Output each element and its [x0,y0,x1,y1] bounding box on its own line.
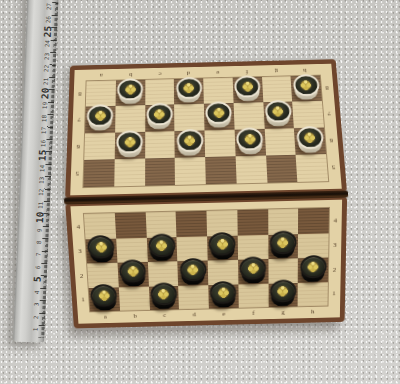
checker-black-c3[interactable] [148,234,176,262]
ruler-number-17: 17 [38,125,48,135]
ruler-number-8: 8 [33,237,43,247]
rank-label-7: 7 [322,101,337,127]
checker-white-d8[interactable] [176,77,202,103]
ruler-number-26: 26 [42,14,52,24]
double-headed-eagle-emblem-icon [276,285,290,298]
checker-white-f6[interactable] [236,127,264,154]
ruler-number-9: 9 [33,225,43,235]
file-label-c: c [145,68,174,80]
square-f1[interactable] [238,283,268,308]
checker-white-b8[interactable] [117,78,143,104]
square-b8[interactable] [115,80,145,106]
square-f5[interactable] [235,155,267,183]
file-label-g: g [268,306,298,319]
checker-white-g7[interactable] [265,100,293,126]
checkers-board: abcdefgh 8765 8765 abcdefgh 4321 4321 [61,50,352,335]
rank-label-6: 6 [71,133,85,160]
double-headed-eagle-emblem-icon [299,79,313,92]
square-e7[interactable] [204,103,235,130]
rank-label-2: 2 [328,257,341,282]
rank-label-5: 5 [326,153,341,181]
double-headed-eagle-emblem-icon [93,109,107,122]
square-c8[interactable] [145,79,175,105]
checker-white-c7[interactable] [147,103,173,129]
ruler-number-25: 25 [42,26,52,36]
square-f7[interactable] [233,102,264,129]
square-b6[interactable] [114,131,144,159]
ruler-number-18: 18 [38,113,48,123]
square-c3[interactable] [146,237,177,262]
square-d1[interactable] [178,285,208,310]
double-headed-eagle-emblem-icon [183,133,197,147]
double-headed-eagle-emblem-icon [216,286,230,299]
checker-white-f8[interactable] [234,76,261,102]
square-g8[interactable] [262,76,293,102]
square-a7[interactable] [85,106,115,133]
rank-label-5: 5 [70,160,84,188]
checker-white-h8[interactable] [292,74,320,100]
file-label-d: d [179,309,209,322]
double-headed-eagle-emblem-icon [276,236,290,250]
double-headed-eagle-emblem-icon [97,289,111,302]
square-b4[interactable] [115,212,147,238]
square-a3[interactable] [86,238,118,263]
rank-label-8: 8 [73,81,86,107]
ruler-number-27: 27 [43,1,53,11]
rank-label-6: 6 [324,127,339,154]
file-label-f: f [239,307,269,320]
rank-label-3: 3 [328,233,341,258]
rank-label-3: 3 [73,239,87,264]
ruler-number-12: 12 [35,188,45,198]
square-a8[interactable] [86,81,116,107]
file-label-h: h [298,306,328,319]
checker-black-c1[interactable] [150,283,177,310]
square-c6[interactable] [145,131,175,158]
square-b2[interactable] [117,262,148,287]
file-label-g: g [261,65,291,77]
square-d4[interactable] [176,211,207,237]
square-h8[interactable] [291,76,322,102]
ruler-number-11: 11 [35,200,45,210]
square-e8[interactable] [203,78,233,104]
ruler-number-23: 23 [41,51,51,61]
square-f2[interactable] [238,259,268,284]
ruler-number-1: 1 [29,324,39,334]
checker-black-d2[interactable] [179,258,206,285]
ruler-number-4: 4 [31,287,41,297]
square-d2[interactable] [178,260,209,285]
board-far-half: abcdefgh 8765 8765 [65,59,347,198]
square-g1[interactable] [268,283,298,308]
square-a5[interactable] [83,159,114,187]
square-b5[interactable] [114,158,145,186]
square-d7[interactable] [174,104,204,131]
double-headed-eagle-emblem-icon [186,263,200,277]
double-headed-eagle-emblem-icon [126,264,140,278]
square-f8[interactable] [232,77,262,103]
double-headed-eagle-emblem-icon [157,288,171,301]
double-headed-eagle-emblem-icon [271,105,285,118]
squares-far [83,76,328,188]
ruler-number-3: 3 [30,299,40,309]
ruler-number-5: 5 [31,274,41,284]
double-headed-eagle-emblem-icon [212,107,226,120]
square-e1[interactable] [208,284,238,309]
photo-canvas: 1234567891011121314151617181920212223242… [0,0,400,384]
double-headed-eagle-emblem-icon [123,83,136,96]
square-a6[interactable] [84,132,115,160]
ruler-number-15: 15 [37,150,47,160]
square-d5[interactable] [175,157,206,185]
board-near-half: abcdefgh 4321 4321 [65,197,347,329]
square-h2[interactable] [298,258,328,283]
ruler-number-10: 10 [34,212,44,222]
double-headed-eagle-emblem-icon [155,239,169,253]
checker-black-e3[interactable] [209,232,236,260]
square-c7[interactable] [145,105,175,132]
square-d8[interactable] [174,78,204,104]
checker-white-h6[interactable] [296,126,324,153]
double-headed-eagle-emblem-icon [123,135,137,149]
ruler-number-24: 24 [41,39,51,49]
checker-white-b6[interactable] [116,130,143,157]
square-d6[interactable] [175,130,206,157]
double-headed-eagle-emblem-icon [243,132,257,146]
checker-white-e7[interactable] [206,102,233,128]
ruler-number-20: 20 [39,88,49,98]
double-headed-eagle-emblem-icon [302,131,317,145]
file-label-a: a [87,69,116,81]
rank-label-7: 7 [72,107,85,133]
square-c1[interactable] [148,285,179,310]
ruler-number-21: 21 [40,76,50,86]
rank-labels-near-right: 4321 [328,208,342,306]
double-headed-eagle-emblem-icon [306,260,320,274]
checker-black-g3[interactable] [270,231,297,259]
ruler-number-19: 19 [39,101,49,111]
checker-black-a3[interactable] [87,235,115,263]
ruler-number-13: 13 [36,175,46,185]
square-f6[interactable] [234,129,265,156]
double-headed-eagle-emblem-icon [240,80,254,93]
file-label-b: b [120,310,150,323]
square-g3[interactable] [268,234,298,259]
squares-near [84,208,329,312]
checker-black-h2[interactable] [300,255,327,282]
square-h4[interactable] [298,208,329,234]
double-headed-eagle-emblem-icon [215,237,229,251]
double-headed-eagle-emblem-icon [182,82,196,95]
square-e5[interactable] [205,156,236,184]
rank-label-1: 1 [76,288,90,312]
ruler-number-22: 22 [40,63,50,73]
square-f4[interactable] [237,209,268,235]
file-label-a: a [90,311,120,324]
rank-label-8: 8 [320,75,334,101]
ruler-number-14: 14 [36,163,46,173]
square-g5[interactable] [266,155,298,183]
square-b1[interactable] [119,286,150,311]
ruler-number-6: 6 [32,262,42,272]
checker-black-f2[interactable] [240,256,267,283]
checker-black-g1[interactable] [270,280,296,307]
metal-ruler: 1234567891011121314151617181920212223242… [13,0,61,343]
square-e6[interactable] [204,129,235,156]
rank-label-4: 4 [71,214,86,239]
square-h5[interactable] [296,154,328,182]
square-g7[interactable] [263,102,294,129]
double-headed-eagle-emblem-icon [246,261,260,275]
square-c5[interactable] [145,157,176,185]
rank-label-4: 4 [329,208,342,233]
checker-white-d6[interactable] [176,129,203,156]
ruler-number-2: 2 [30,312,40,322]
square-h1[interactable] [298,282,328,307]
ruler-number-16: 16 [37,138,47,148]
square-b7[interactable] [115,105,145,132]
file-label-c: c [150,309,180,322]
checker-black-e1[interactable] [210,281,237,308]
ruler-number-7: 7 [32,250,42,260]
checker-black-b2[interactable] [119,259,147,286]
rank-label-2: 2 [74,263,88,287]
rank-label-1: 1 [328,281,341,305]
double-headed-eagle-emblem-icon [94,240,109,254]
square-h6[interactable] [294,127,326,154]
square-a1[interactable] [89,287,120,312]
square-h7[interactable] [292,101,324,128]
file-label-e: e [209,308,239,321]
square-g6[interactable] [264,128,296,155]
file-label-e: e [203,66,232,78]
checker-black-a1[interactable] [90,284,118,311]
double-headed-eagle-emblem-icon [153,108,167,121]
checker-white-a7[interactable] [87,105,114,132]
square-e3[interactable] [207,235,238,260]
